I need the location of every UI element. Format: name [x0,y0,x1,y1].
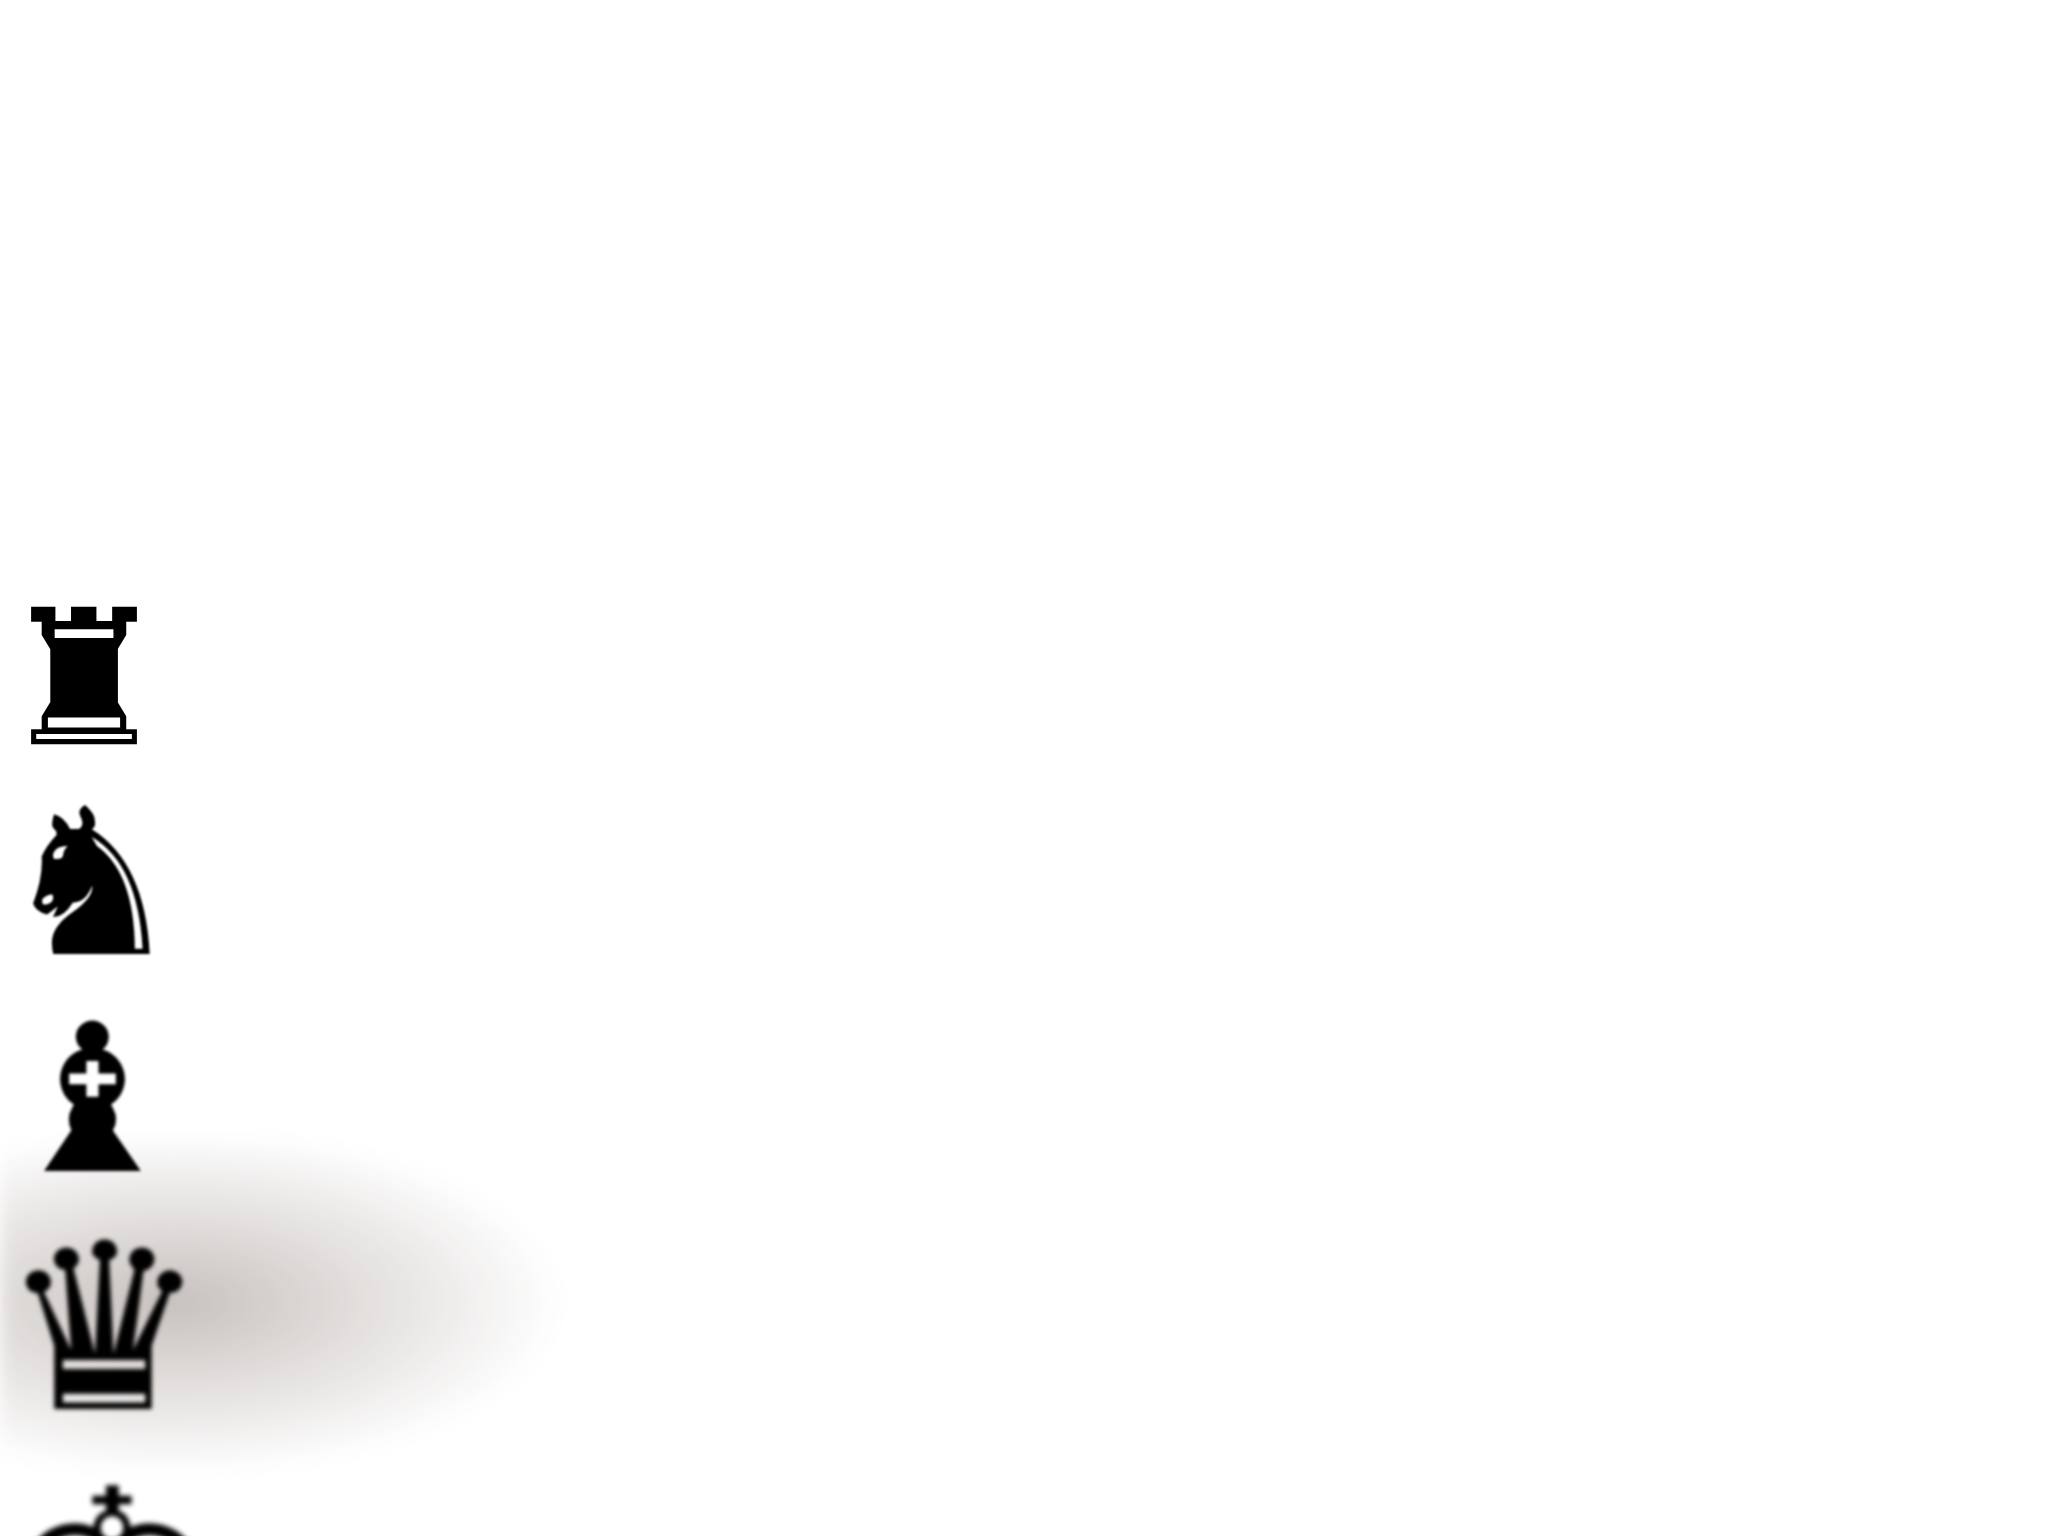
piece-dark-queen-d8: ♛ [0,1208,290,1452]
piece-dark-rook-a8: ♜ [0,580,235,777]
piece-dark-king-e8: ♚ [0,1451,313,1536]
photo-stage: ♜♞♝♛♚♝♞♜♟♟♟♟♟♟♟♟♛♛ [0,0,2048,1536]
piece-dark-bishop-c8: ♝ [0,992,258,1208]
piece-dark-knight-b8: ♞ [0,777,255,991]
